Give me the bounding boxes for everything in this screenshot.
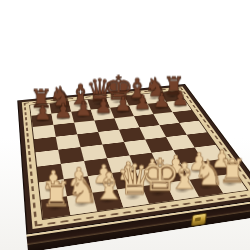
square-a1[interactable]: ♜	[41, 196, 70, 219]
white-rook-a1[interactable]: ♜	[41, 178, 72, 212]
black-pawn-d7[interactable]: ♟	[94, 97, 112, 117]
chessboard-perspective-wrap: ♜♞♝♛♚♝♞♜♟♟♟♟♟♟♟♟♟♟♟♟♟♟♟♟♜♞♝♛♚♝♞♜	[22, 40, 226, 244]
brass-clasp-icon	[190, 213, 206, 227]
square-c7[interactable]: ♟	[71, 110, 94, 123]
black-pawn-f7[interactable]: ♟	[134, 93, 152, 113]
black-pawn-e7[interactable]: ♟	[114, 95, 132, 115]
square-a4[interactable]	[36, 150, 61, 167]
black-pawn-a7[interactable]: ♟	[33, 103, 52, 124]
square-b6[interactable]	[54, 123, 78, 137]
chess-grid: ♜♞♝♛♚♝♞♜♟♟♟♟♟♟♟♟♟♟♟♟♟♟♟♟♜♞♝♛♚♝♞♜	[30, 91, 247, 219]
black-pawn-h7[interactable]: ♟	[172, 89, 190, 109]
folding-chess-box: ♜♞♝♛♚♝♞♜♟♟♟♟♟♟♟♟♟♟♟♟♟♟♟♟♜♞♝♛♚♝♞♜	[17, 84, 250, 235]
black-pawn-c7[interactable]: ♟	[74, 99, 92, 119]
black-pawn-g7[interactable]: ♟	[153, 91, 171, 111]
product-photo-scene: ♜♞♝♛♚♝♞♜♟♟♟♟♟♟♟♟♟♟♟♟♟♟♟♟♜♞♝♛♚♝♞♜	[0, 0, 250, 250]
black-pawn-b7[interactable]: ♟	[54, 101, 72, 122]
square-b4[interactable]	[58, 147, 84, 164]
